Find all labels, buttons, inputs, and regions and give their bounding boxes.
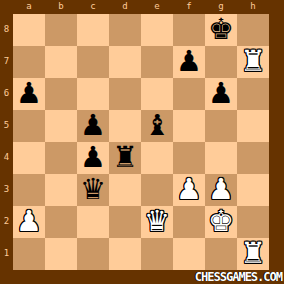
- chess-board: ♚♟♜♟♟♟♝♟♜♛♟♟♟♛♚♜: [13, 14, 269, 270]
- file-label-b: b: [45, 0, 77, 14]
- square-b8: [45, 14, 77, 46]
- square-e6: [141, 78, 173, 110]
- file-label-a: a: [13, 0, 45, 14]
- piece-black-pawn-f7: ♟: [176, 45, 202, 77]
- square-f6: [173, 78, 205, 110]
- square-f1: [173, 238, 205, 270]
- square-h5: [237, 110, 269, 142]
- square-b6: [45, 78, 77, 110]
- square-d1: [109, 238, 141, 270]
- square-g7: [205, 46, 237, 78]
- square-c3: ♛: [77, 174, 109, 206]
- square-d8: [109, 14, 141, 46]
- square-c6: [77, 78, 109, 110]
- piece-black-bishop-e5: ♝: [144, 109, 170, 141]
- square-g2: ♚: [205, 206, 237, 238]
- square-d4: ♜: [109, 142, 141, 174]
- file-label-h: h: [237, 0, 269, 14]
- square-f7: ♟: [173, 46, 205, 78]
- square-c8: [77, 14, 109, 46]
- square-f2: [173, 206, 205, 238]
- square-h1: ♜: [237, 238, 269, 270]
- square-h7: ♜: [237, 46, 269, 78]
- file-label-c: c: [77, 0, 109, 14]
- rank-label-2: 2: [0, 206, 13, 238]
- piece-black-pawn-c5: ♟: [80, 109, 106, 141]
- square-h8: [237, 14, 269, 46]
- rank-label-7: 7: [0, 46, 13, 78]
- square-f8: [173, 14, 205, 46]
- piece-black-pawn-a6: ♟: [16, 77, 42, 109]
- square-g4: [205, 142, 237, 174]
- rank-label-6: 6: [0, 78, 13, 110]
- piece-white-rook-h7: ♜: [240, 45, 266, 77]
- piece-black-pawn-g6: ♟: [208, 77, 234, 109]
- square-f3: ♟: [173, 174, 205, 206]
- chess-diagram: abcdefgh 87654321 ♚♟♜♟♟♟♝♟♜♛♟♟♟♛♚♜ CHESS…: [0, 0, 284, 284]
- square-a2: ♟: [13, 206, 45, 238]
- square-h4: [237, 142, 269, 174]
- piece-white-pawn-g3: ♟: [208, 173, 234, 205]
- square-b1: [45, 238, 77, 270]
- square-h3: [237, 174, 269, 206]
- square-e8: [141, 14, 173, 46]
- square-f5: [173, 110, 205, 142]
- square-c1: [77, 238, 109, 270]
- rank-label-8: 8: [0, 14, 13, 46]
- piece-white-pawn-f3: ♟: [176, 173, 202, 205]
- rank-label-3: 3: [0, 174, 13, 206]
- square-f4: [173, 142, 205, 174]
- piece-white-queen-e2: ♛: [144, 205, 170, 237]
- square-e3: [141, 174, 173, 206]
- piece-black-pawn-c4: ♟: [80, 141, 106, 173]
- square-a7: [13, 46, 45, 78]
- rank-label-4: 4: [0, 142, 13, 174]
- square-d3: [109, 174, 141, 206]
- piece-white-rook-h1: ♜: [240, 237, 266, 269]
- square-a5: [13, 110, 45, 142]
- file-label-e: e: [141, 0, 173, 14]
- piece-black-queen-c3: ♛: [80, 173, 106, 205]
- square-g1: [205, 238, 237, 270]
- square-b5: [45, 110, 77, 142]
- square-a8: [13, 14, 45, 46]
- square-c5: ♟: [77, 110, 109, 142]
- square-d5: [109, 110, 141, 142]
- site-brand-label: CHESSGAMES.COM: [195, 270, 282, 284]
- piece-black-rook-d4: ♜: [112, 141, 138, 173]
- rank-labels: 87654321: [0, 14, 13, 270]
- square-d6: [109, 78, 141, 110]
- rank-label-5: 5: [0, 110, 13, 142]
- piece-white-king-g2: ♚: [208, 205, 234, 237]
- square-g6: ♟: [205, 78, 237, 110]
- square-c4: ♟: [77, 142, 109, 174]
- piece-white-pawn-a2: ♟: [16, 205, 42, 237]
- square-e5: ♝: [141, 110, 173, 142]
- file-label-d: d: [109, 0, 141, 14]
- square-c2: [77, 206, 109, 238]
- square-b7: [45, 46, 77, 78]
- square-g5: [205, 110, 237, 142]
- square-g8: ♚: [205, 14, 237, 46]
- file-label-f: f: [173, 0, 205, 14]
- square-e7: [141, 46, 173, 78]
- square-e4: [141, 142, 173, 174]
- square-h2: [237, 206, 269, 238]
- square-h6: [237, 78, 269, 110]
- square-a6: ♟: [13, 78, 45, 110]
- square-d2: [109, 206, 141, 238]
- square-a1: [13, 238, 45, 270]
- square-g3: ♟: [205, 174, 237, 206]
- square-d7: [109, 46, 141, 78]
- square-a4: [13, 142, 45, 174]
- square-b2: [45, 206, 77, 238]
- square-e1: [141, 238, 173, 270]
- square-a3: [13, 174, 45, 206]
- square-e2: ♛: [141, 206, 173, 238]
- piece-black-king-g8: ♚: [208, 13, 234, 45]
- square-c7: [77, 46, 109, 78]
- square-b3: [45, 174, 77, 206]
- square-b4: [45, 142, 77, 174]
- rank-label-1: 1: [0, 238, 13, 270]
